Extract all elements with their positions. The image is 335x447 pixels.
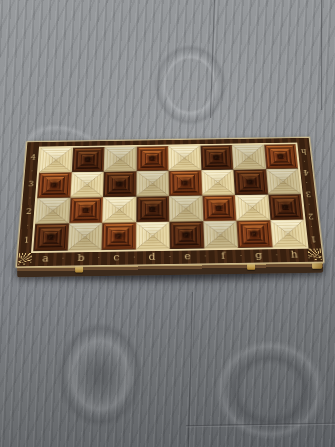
square-d3 [136,171,169,197]
rank-label-3: 3 [28,181,34,188]
plank-seam [321,0,323,110]
square-a1 [33,224,69,252]
rank-label-rot-3: 3 [305,190,311,197]
square-f1 [203,221,238,249]
separator-dot: · [308,201,311,208]
rank-label-2: 2 [26,208,32,216]
square-e4 [168,146,201,171]
square-b2 [69,197,103,224]
square-f4 [200,145,233,170]
separator-dot: · [310,224,313,231]
rank-label-rot-2: 2 [307,212,313,220]
separator-dot: · [235,248,248,263]
latch-left [75,265,83,272]
separator-dot: · [303,158,306,164]
square-h1 [270,220,306,248]
square-b3 [70,172,104,198]
square-d1 [136,222,170,250]
corner-ornament-right [308,248,322,260]
square-h2 [268,194,304,221]
square-e2 [169,195,203,222]
checkerboard [33,144,306,251]
square-a3 [37,172,71,198]
square-e1 [169,221,204,249]
rank-label-rot-h: h [300,148,306,155]
square-f3 [201,169,235,195]
separator-dot: · [128,250,140,265]
latch-right [247,263,255,270]
square-g4 [232,145,266,170]
wood-knot [55,320,145,430]
rank-label-rot-1: 1 [310,235,317,243]
square-e3 [169,170,202,196]
file-label-c: c [104,250,128,265]
square-h4 [264,144,298,169]
wood-knot [215,340,325,440]
square-a4 [39,148,73,173]
separator-dot: · [270,247,283,262]
rank-label-1: 1 [23,236,29,244]
square-b1 [67,223,102,251]
square-b4 [71,147,104,172]
file-label-e: e [176,249,200,264]
rank-label-4: 4 [30,155,36,162]
square-c2 [102,196,136,223]
separator-dot: · [57,251,70,266]
plank-seam [188,292,194,447]
plank-seam [210,0,216,118]
square-g2 [235,194,270,221]
wood-knot [150,40,230,130]
square-h3 [266,168,301,194]
file-label-a: a [33,251,58,266]
separator-dot: · [164,249,176,264]
plank-seam [186,423,335,427]
separator-dot: · [305,180,308,186]
square-c1 [101,222,135,250]
folded-chessboard-box: 4·3·2·1 h·4·3·2·1 a·b·c·d·e·f·g·h [17,138,323,267]
square-c4 [104,147,137,172]
square-a2 [35,197,70,224]
corner-hardware [312,261,322,269]
square-d2 [136,196,170,223]
rank-label-rot-4: 4 [302,169,308,176]
square-d4 [136,146,168,171]
separator-dot: · [199,248,211,263]
board-face: 4·3·2·1 h·4·3·2·1 a·b·c·d·e·f·g·h [17,138,323,267]
photo-scene: 4·3·2·1 h·4·3·2·1 a·b·c·d·e·f·g·h [0,0,335,447]
square-g1 [236,220,272,248]
file-label-f: f [211,248,235,263]
separator-dot: · [93,250,105,265]
file-label-g: g [246,247,271,262]
separator-dot: · [31,168,34,174]
separator-dot: · [28,195,31,202]
square-c3 [103,171,136,197]
file-label-h: h [282,247,307,262]
file-label-b: b [69,250,93,265]
separator-dot: · [26,222,29,229]
file-label-d: d [140,249,164,264]
square-f2 [202,195,237,222]
corner-ornament-left [18,253,32,265]
square-g3 [233,169,267,195]
